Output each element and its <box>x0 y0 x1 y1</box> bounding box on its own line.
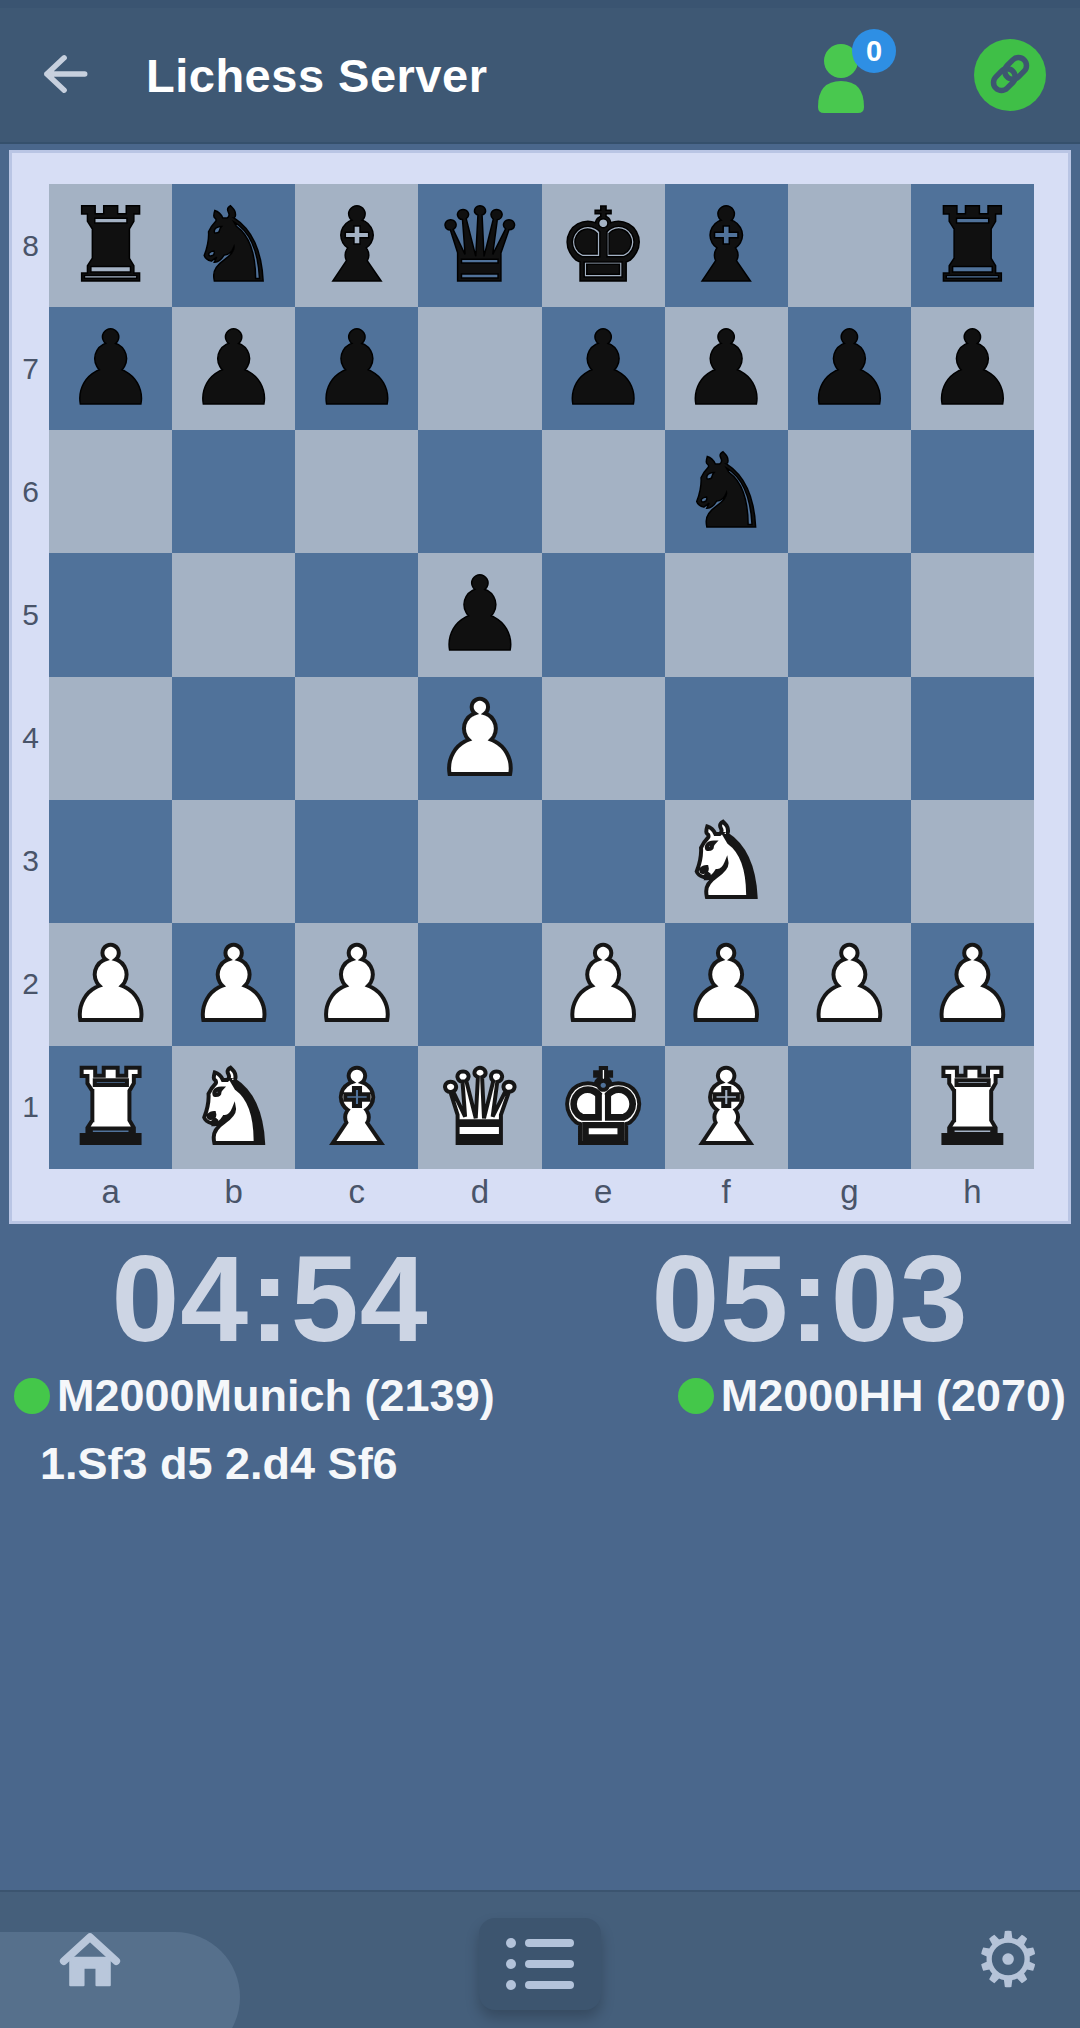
square-f1[interactable]: ♝ <box>665 1046 788 1169</box>
square-c3[interactable] <box>295 800 418 923</box>
square-a3[interactable] <box>49 800 172 923</box>
square-e2[interactable]: ♟ <box>542 923 665 1046</box>
rank-label-3: 3 <box>12 800 49 923</box>
square-h6[interactable] <box>911 430 1034 553</box>
black-rook: ♜ <box>926 194 1018 297</box>
rank-label-1: 1 <box>12 1046 49 1169</box>
square-c2[interactable]: ♟ <box>295 923 418 1046</box>
white-rook: ♜ <box>64 1056 156 1159</box>
black-pawn: ♟ <box>311 317 403 420</box>
square-g4[interactable] <box>788 677 911 800</box>
square-d1[interactable]: ♛ <box>418 1046 541 1169</box>
page-title: Lichess Server <box>146 48 487 103</box>
square-g6[interactable] <box>788 430 911 553</box>
rank-labels: 87654321 <box>12 184 49 1169</box>
move-list-icon <box>506 1938 574 1948</box>
share-link-button[interactable] <box>974 39 1046 111</box>
square-g2[interactable]: ♟ <box>788 923 911 1046</box>
square-b6[interactable] <box>172 430 295 553</box>
black-pawn: ♟ <box>557 317 649 420</box>
rank-label-6: 6 <box>12 430 49 553</box>
white-king: ♚ <box>557 1056 649 1159</box>
square-h1[interactable]: ♜ <box>911 1046 1034 1169</box>
white-knight: ♞ <box>680 810 772 913</box>
file-label-g: g <box>788 1169 911 1221</box>
white-pawn: ♟ <box>311 933 403 1036</box>
square-d6[interactable] <box>418 430 541 553</box>
square-b1[interactable]: ♞ <box>172 1046 295 1169</box>
file-label-a: a <box>49 1169 172 1221</box>
chess-board-panel: 87654321 ♜♞♝♛♚♝♜♟♟♟♟♟♟♟♞♟♟♞♟♟♟♟♟♟♟♜♞♝♛♚♝… <box>9 150 1071 1224</box>
square-c1[interactable]: ♝ <box>295 1046 418 1169</box>
white-pawn: ♟ <box>680 933 772 1036</box>
square-h5[interactable] <box>911 553 1034 676</box>
square-a7[interactable]: ♟ <box>49 307 172 430</box>
black-rook: ♜ <box>64 194 156 297</box>
square-h4[interactable] <box>911 677 1034 800</box>
square-a8[interactable]: ♜ <box>49 184 172 307</box>
move-list-button[interactable] <box>479 1918 601 2010</box>
back-button[interactable] <box>34 47 90 103</box>
square-e1[interactable]: ♚ <box>542 1046 665 1169</box>
square-e4[interactable] <box>542 677 665 800</box>
square-c8[interactable]: ♝ <box>295 184 418 307</box>
online-status-dot <box>678 1378 714 1414</box>
rank-label-4: 4 <box>12 677 49 800</box>
spectators-button[interactable]: 0 <box>810 29 896 121</box>
square-c4[interactable] <box>295 677 418 800</box>
players-row: M2000Munich (2139) M2000HH (2070) <box>0 1370 1080 1422</box>
square-d8[interactable]: ♛ <box>418 184 541 307</box>
square-b4[interactable] <box>172 677 295 800</box>
square-c5[interactable] <box>295 553 418 676</box>
square-d3[interactable] <box>418 800 541 923</box>
file-labels: abcdefgh <box>49 1169 1034 1221</box>
square-c7[interactable]: ♟ <box>295 307 418 430</box>
square-h8[interactable]: ♜ <box>911 184 1034 307</box>
person-icon <box>810 107 896 124</box>
square-f8[interactable]: ♝ <box>665 184 788 307</box>
white-knight: ♞ <box>188 1056 280 1159</box>
white-pawn: ♟ <box>803 933 895 1036</box>
black-knight: ♞ <box>188 194 280 297</box>
square-b8[interactable]: ♞ <box>172 184 295 307</box>
spectator-count-badge: 0 <box>852 29 896 73</box>
square-a4[interactable] <box>49 677 172 800</box>
black-knight: ♞ <box>680 440 772 543</box>
square-f3[interactable]: ♞ <box>665 800 788 923</box>
app-root: Lichess Server 0 <box>0 0 1080 2028</box>
clock-left: 04:54 <box>0 1238 540 1360</box>
square-f6[interactable]: ♞ <box>665 430 788 553</box>
clock-right: 05:03 <box>540 1238 1080 1360</box>
square-g3[interactable] <box>788 800 911 923</box>
player-left: M2000Munich (2139) <box>0 1370 540 1422</box>
square-a6[interactable] <box>49 430 172 553</box>
settings-button[interactable]: ⚙ <box>966 1918 1050 2002</box>
black-queen: ♛ <box>434 194 526 297</box>
square-d7[interactable] <box>418 307 541 430</box>
black-pawn: ♟ <box>680 317 772 420</box>
square-e7[interactable]: ♟ <box>542 307 665 430</box>
white-pawn: ♟ <box>557 933 649 1036</box>
black-bishop: ♝ <box>680 194 772 297</box>
square-h2[interactable]: ♟ <box>911 923 1034 1046</box>
square-a5[interactable] <box>49 553 172 676</box>
square-b5[interactable] <box>172 553 295 676</box>
clocks-row: 04:54 05:03 <box>0 1238 1080 1360</box>
online-status-dot <box>14 1378 50 1414</box>
arrow-left-icon <box>36 48 88 103</box>
black-pawn: ♟ <box>803 317 895 420</box>
square-a2[interactable]: ♟ <box>49 923 172 1046</box>
status-bar <box>0 0 1080 8</box>
home-icon <box>55 1924 125 1997</box>
square-e8[interactable]: ♚ <box>542 184 665 307</box>
square-b7[interactable]: ♟ <box>172 307 295 430</box>
top-actions: 0 <box>810 29 1046 121</box>
black-pawn: ♟ <box>188 317 280 420</box>
black-bishop: ♝ <box>311 194 403 297</box>
square-d5[interactable]: ♟ <box>418 553 541 676</box>
square-f2[interactable]: ♟ <box>665 923 788 1046</box>
white-pawn: ♟ <box>188 933 280 1036</box>
file-label-e: e <box>542 1169 665 1221</box>
rank-label-2: 2 <box>12 923 49 1046</box>
square-c6[interactable] <box>295 430 418 553</box>
move-list-text: 1.Sf3 d5 2.d4 Sf6 <box>0 1438 1080 1490</box>
file-label-f: f <box>665 1169 788 1221</box>
white-pawn: ♟ <box>64 933 156 1036</box>
player-left-name: M2000Munich (2139) <box>57 1370 495 1422</box>
square-f7[interactable]: ♟ <box>665 307 788 430</box>
square-e5[interactable] <box>542 553 665 676</box>
square-g5[interactable] <box>788 553 911 676</box>
square-h7[interactable]: ♟ <box>911 307 1034 430</box>
black-pawn: ♟ <box>64 317 156 420</box>
rank-label-5: 5 <box>12 553 49 676</box>
white-rook: ♜ <box>926 1056 1018 1159</box>
file-label-h: h <box>911 1169 1034 1221</box>
link-icon <box>986 50 1034 101</box>
player-right: M2000HH (2070) <box>540 1370 1080 1422</box>
square-b2[interactable]: ♟ <box>172 923 295 1046</box>
square-g7[interactable]: ♟ <box>788 307 911 430</box>
square-e3[interactable] <box>542 800 665 923</box>
bottom-nav: ⚙ <box>0 1890 1080 2028</box>
file-label-c: c <box>295 1169 418 1221</box>
square-d2[interactable] <box>418 923 541 1046</box>
square-g1[interactable] <box>788 1046 911 1169</box>
black-king: ♚ <box>557 194 649 297</box>
square-a1[interactable]: ♜ <box>49 1046 172 1169</box>
square-f5[interactable] <box>665 553 788 676</box>
file-label-b: b <box>172 1169 295 1221</box>
black-pawn: ♟ <box>434 563 526 666</box>
rank-label-8: 8 <box>12 184 49 307</box>
white-bishop: ♝ <box>311 1056 403 1159</box>
rank-label-7: 7 <box>12 307 49 430</box>
square-e6[interactable] <box>542 430 665 553</box>
square-f4[interactable] <box>665 677 788 800</box>
white-pawn: ♟ <box>926 933 1018 1036</box>
gear-icon: ⚙ <box>974 1922 1042 1998</box>
home-button[interactable] <box>52 1922 128 1998</box>
black-pawn: ♟ <box>926 317 1018 420</box>
top-bar: Lichess Server 0 <box>0 8 1080 142</box>
empty-space <box>0 1490 1080 1890</box>
square-b3[interactable] <box>172 800 295 923</box>
file-label-d: d <box>418 1169 541 1221</box>
white-pawn: ♟ <box>434 687 526 790</box>
white-bishop: ♝ <box>680 1056 772 1159</box>
square-d4[interactable]: ♟ <box>418 677 541 800</box>
square-g8[interactable] <box>788 184 911 307</box>
chess-board[interactable]: ♜♞♝♛♚♝♜♟♟♟♟♟♟♟♞♟♟♞♟♟♟♟♟♟♟♜♞♝♛♚♝♜ <box>49 184 1034 1169</box>
white-queen: ♛ <box>434 1056 526 1159</box>
square-h3[interactable] <box>911 800 1034 923</box>
player-right-name: M2000HH (2070) <box>721 1370 1066 1422</box>
